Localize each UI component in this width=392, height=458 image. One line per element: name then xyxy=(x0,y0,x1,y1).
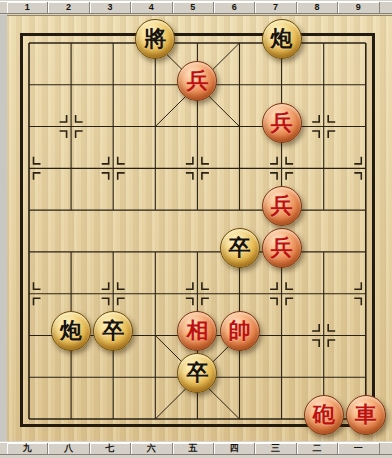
file-label-bottom-3: 七 xyxy=(90,443,131,454)
file-label-bottom-5: 五 xyxy=(173,443,214,454)
file-label-top-7: 7 xyxy=(255,2,296,13)
red-soldier-glyph: 兵 xyxy=(186,69,208,91)
piece-red-chariot[interactable]: 車 xyxy=(346,395,386,435)
file-label-top-6: 6 xyxy=(214,2,255,13)
piece-red-soldier[interactable]: 兵 xyxy=(262,103,302,143)
piece-red-soldier[interactable]: 兵 xyxy=(262,228,302,268)
file-ruler-top: 123456789 xyxy=(0,1,392,14)
file-label-top-8: 8 xyxy=(297,2,338,13)
file-ruler-bottom: 九八七六五四三二一 xyxy=(0,442,392,455)
piece-red-soldier[interactable]: 兵 xyxy=(262,186,302,226)
black-soldier-glyph: 卒 xyxy=(102,319,124,341)
red-general-glyph: 帥 xyxy=(229,319,251,341)
piece-red-soldier[interactable]: 兵 xyxy=(177,61,217,101)
piece-red-general[interactable]: 帥 xyxy=(220,311,260,351)
file-label-top-4: 4 xyxy=(131,2,172,13)
file-label-bottom-6: 四 xyxy=(214,443,255,454)
file-label-top-3: 3 xyxy=(90,2,131,13)
red-chariot-glyph: 車 xyxy=(355,403,377,425)
black-general-glyph: 將 xyxy=(144,27,166,49)
black-cannon-glyph: 炮 xyxy=(271,27,293,49)
red-soldier-glyph: 兵 xyxy=(271,194,293,216)
file-label-top-2: 2 xyxy=(48,2,89,13)
file-label-bottom-9: 一 xyxy=(338,443,379,454)
red-soldier-glyph: 兵 xyxy=(271,236,293,258)
file-label-top-1: 1 xyxy=(7,2,48,13)
file-label-top-5: 5 xyxy=(173,2,214,13)
xiangqi-app-window: 123456789 將炮兵兵兵卒兵炮卒相帥卒砲車 九八七六五四三二一 xyxy=(0,0,392,458)
file-label-bottom-4: 六 xyxy=(131,443,172,454)
file-label-bottom-2: 八 xyxy=(48,443,89,454)
piece-black-cannon[interactable]: 炮 xyxy=(262,19,302,59)
file-label-top-9: 9 xyxy=(338,2,379,13)
red-elephant-glyph: 相 xyxy=(186,319,208,341)
piece-black-soldier[interactable]: 卒 xyxy=(220,228,260,268)
black-soldier-glyph: 卒 xyxy=(229,236,251,258)
file-label-bottom-7: 三 xyxy=(255,443,296,454)
red-cannon-glyph: 砲 xyxy=(313,403,335,425)
black-soldier-glyph: 卒 xyxy=(186,361,208,383)
piece-red-cannon[interactable]: 砲 xyxy=(304,395,344,435)
file-label-bottom-8: 二 xyxy=(297,443,338,454)
file-label-bottom-1: 九 xyxy=(7,443,48,454)
red-soldier-glyph: 兵 xyxy=(271,111,293,133)
black-cannon-glyph: 炮 xyxy=(60,319,82,341)
